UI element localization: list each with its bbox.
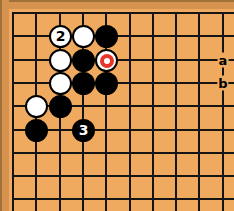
point-label-a[interactable]: a bbox=[218, 53, 229, 68]
board-top-edge bbox=[0, 0, 234, 9]
grid-line-h bbox=[12, 12, 234, 14]
red-circle-marker-icon bbox=[100, 54, 114, 68]
black-stone[interactable] bbox=[95, 25, 118, 48]
grid-line-h bbox=[12, 175, 234, 177]
white-stone[interactable] bbox=[49, 72, 72, 95]
black-stone[interactable]: 3 bbox=[72, 119, 95, 142]
black-stone[interactable] bbox=[25, 119, 48, 142]
grid-line-h bbox=[12, 59, 234, 61]
black-stone[interactable] bbox=[49, 95, 72, 118]
grid-line-v bbox=[129, 12, 131, 211]
grid-line-v bbox=[175, 12, 177, 211]
white-stone[interactable] bbox=[72, 25, 95, 48]
black-stone[interactable] bbox=[95, 72, 118, 95]
white-stone[interactable] bbox=[95, 49, 118, 72]
grid-line-v bbox=[12, 12, 14, 211]
move-number: 2 bbox=[56, 29, 66, 43]
white-stone[interactable] bbox=[49, 49, 72, 72]
go-diagram: ab23 bbox=[0, 0, 234, 211]
move-number: 3 bbox=[79, 123, 89, 137]
grid-line-h bbox=[12, 198, 234, 200]
point-label-b[interactable]: b bbox=[217, 76, 228, 91]
white-stone[interactable]: 2 bbox=[49, 25, 72, 48]
board-left-edge bbox=[0, 0, 9, 211]
grid-line-v bbox=[222, 12, 224, 211]
grid-line-v bbox=[152, 12, 154, 211]
grid-line-h bbox=[12, 35, 234, 37]
go-board[interactable]: ab23 bbox=[0, 0, 234, 211]
grid-line-v bbox=[198, 12, 200, 211]
white-stone[interactable] bbox=[25, 95, 48, 118]
black-stone[interactable] bbox=[72, 49, 95, 72]
grid-line-h bbox=[12, 82, 234, 84]
black-stone[interactable] bbox=[72, 72, 95, 95]
grid-line-h bbox=[12, 152, 234, 154]
